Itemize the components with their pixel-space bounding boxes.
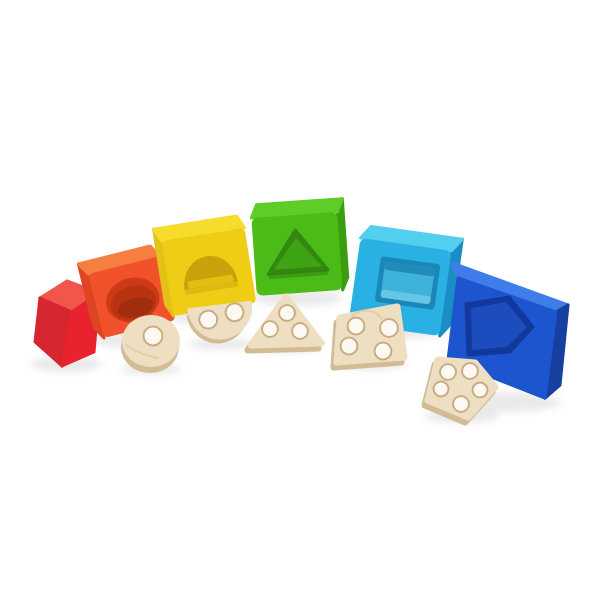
peg-hole <box>380 319 398 337</box>
peg-hole <box>144 327 163 346</box>
peg-hole <box>225 302 245 322</box>
peg-hole <box>348 318 365 335</box>
square-piece <box>334 307 404 367</box>
peg-hole <box>473 383 488 398</box>
peg-hole <box>292 323 308 339</box>
peg-hole <box>279 305 295 321</box>
peg-hole <box>262 321 278 337</box>
peg-hole <box>453 396 469 412</box>
circle-piece <box>121 315 180 373</box>
peg-hole <box>375 343 392 360</box>
peg-hole <box>462 363 478 379</box>
yellow-block <box>154 215 257 317</box>
peg-hole <box>440 364 456 380</box>
peg-hole <box>198 310 218 330</box>
product-photo <box>0 0 600 600</box>
green-block <box>250 199 348 296</box>
peg-hole <box>341 338 358 355</box>
peg-hole <box>434 382 449 397</box>
